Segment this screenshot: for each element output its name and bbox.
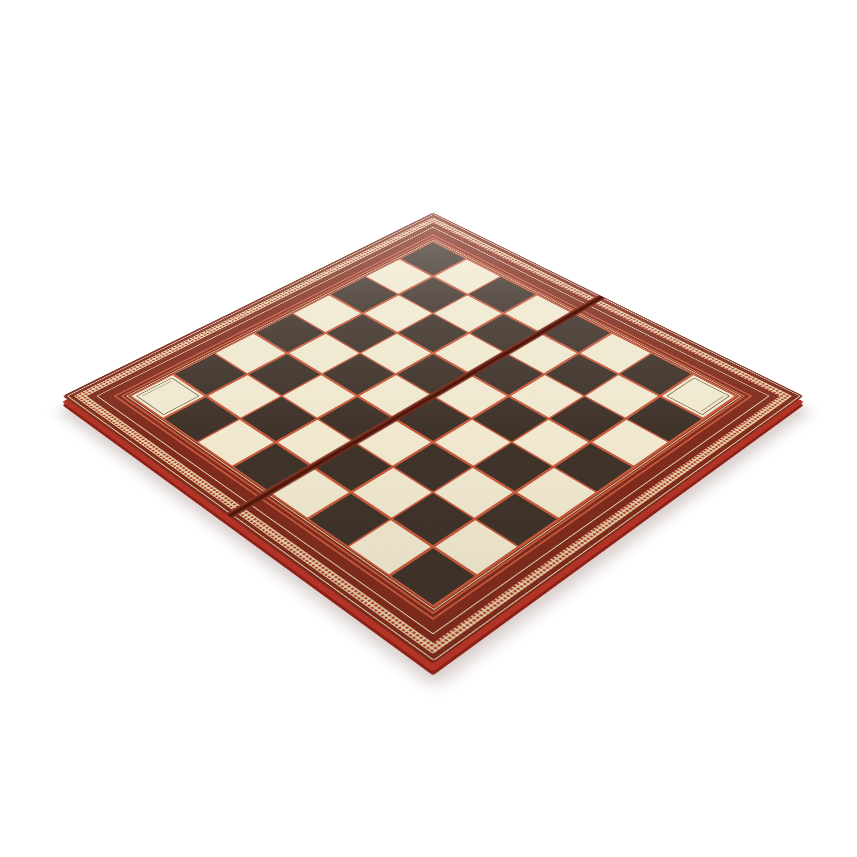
chessboard bbox=[62, 213, 803, 664]
board-grid bbox=[128, 241, 738, 608]
maker-stamp-fineprint bbox=[701, 396, 724, 412]
photo-scene bbox=[0, 0, 857, 857]
maker-stamp-fineprint bbox=[142, 381, 172, 396]
